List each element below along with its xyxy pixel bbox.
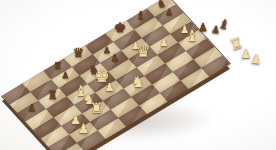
piece-white-pawn-d4[interactable]: ♟: [104, 82, 114, 93]
piece-black-rook-b6[interactable]: ♜: [47, 89, 57, 100]
piece-black-pawn-h7[interactable]: ♟: [165, 8, 173, 17]
piece-white-queen-f5[interactable]: ♛: [136, 44, 151, 61]
piece-black-pawn-a6[interactable]: ♟: [27, 103, 36, 113]
piece-black-bishop-g8[interactable]: ♝: [136, 10, 146, 21]
piece-black-pawn-e6[interactable]: ♟: [110, 53, 119, 63]
piece-white-pawn-captured-2[interactable]: ♟: [250, 53, 262, 66]
piece-black-pawn-c7[interactable]: ♟: [62, 70, 70, 79]
piece-black-king-f8[interactable]: ♚: [114, 21, 126, 35]
piece-black-queen-d8[interactable]: ♛: [73, 46, 84, 59]
piece-white-pawn-g5[interactable]: ♟: [159, 36, 168, 46]
piece-white-knight-e3[interactable]: ♞: [131, 75, 144, 90]
piece-black-pawn-captured-0[interactable]: ♟: [198, 22, 208, 33]
piece-black-pawn-captured-1[interactable]: ♟: [211, 24, 221, 35]
piece-white-bishop-h4[interactable]: ♝: [186, 28, 200, 43]
piece-white-rook-c3[interactable]: ♜: [90, 100, 103, 114]
chess-set-photo: ♜♛♚♝♞♟♟♟♟♜♞♟♟♝♚♛♟♟♞♟♝♟♜♞♟♟♟♝♜♟♟: [0, 0, 276, 150]
piece-white-pawn-b2[interactable]: ♟: [78, 122, 89, 135]
